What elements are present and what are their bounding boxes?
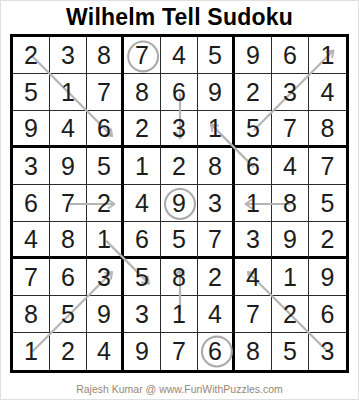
cell-digit: 8 (246, 339, 260, 364)
cell-digit: 2 (61, 339, 75, 364)
sudoku-grid: 2387459615178692349462315783951286476724… (10, 34, 349, 373)
cell-r8c2: 5 (50, 296, 87, 333)
cell-r1c5: 4 (161, 37, 198, 74)
cell-r9c2: 2 (50, 333, 87, 370)
cell-r9c1: 1 (13, 333, 50, 370)
cell-digit: 9 (97, 302, 111, 327)
credit-text: Rajesh Kumar @ www.FunWithPuzzles.com (1, 383, 358, 395)
cell-digit: 4 (135, 191, 149, 216)
cell-digit: 9 (24, 116, 38, 141)
cell-r6c7: 3 (235, 222, 272, 259)
cell-digit: 5 (24, 80, 38, 105)
cell-r7c7: 4 (235, 259, 272, 296)
cell-digit: 1 (208, 116, 222, 141)
cell-digit: 2 (321, 227, 335, 252)
cell-digit: 8 (24, 302, 38, 327)
cell-digit: 1 (172, 302, 186, 327)
cell-r8c1: 8 (13, 296, 50, 333)
cell-r6c4: 6 (124, 222, 161, 259)
cell-r2c6: 9 (198, 74, 235, 111)
cell-digit: 1 (24, 339, 38, 364)
cell-r5c9: 5 (309, 185, 346, 222)
cell-r5c1: 6 (13, 185, 50, 222)
cell-digit: 1 (246, 191, 260, 216)
cell-r7c4: 5 (124, 259, 161, 296)
sudoku-board: 2387459615178692349462315783951286476724… (10, 34, 349, 373)
cell-r4c2: 9 (50, 148, 87, 185)
cell-digit: 8 (172, 265, 186, 290)
cell-r6c2: 8 (50, 222, 87, 259)
puzzle-title: Wilhelm Tell Sudoku (1, 1, 358, 31)
cell-digit: 9 (321, 265, 335, 290)
cell-r2c2: 1 (50, 74, 87, 111)
cell-r9c5: 7 (161, 333, 198, 370)
cell-r3c5: 3 (161, 111, 198, 148)
cell-digit: 4 (321, 80, 335, 105)
cell-r2c4: 8 (124, 74, 161, 111)
cell-digit: 6 (61, 265, 75, 290)
cell-digit: 7 (97, 80, 111, 105)
cell-digit: 4 (97, 339, 111, 364)
cell-digit: 8 (61, 227, 75, 252)
cell-r8c7: 7 (235, 296, 272, 333)
cell-digit: 6 (283, 43, 297, 68)
cell-r4c4: 1 (124, 148, 161, 185)
cell-r4c8: 4 (272, 148, 309, 185)
cell-digit: 4 (208, 302, 222, 327)
cell-r3c3: 6 (87, 111, 124, 148)
cell-r9c9: 3 (309, 333, 346, 370)
cell-digit: 7 (24, 265, 38, 290)
cell-digit: 5 (97, 154, 111, 179)
cell-digit: 3 (135, 302, 149, 327)
cell-r7c5: 8 (161, 259, 198, 296)
cell-digit: 6 (172, 80, 186, 105)
cell-r3c2: 4 (50, 111, 87, 148)
cell-digit: 5 (208, 43, 222, 68)
cell-r6c9: 2 (309, 222, 346, 259)
cell-digit: 4 (61, 116, 75, 141)
cell-r3c7: 5 (235, 111, 272, 148)
cell-r9c7: 8 (235, 333, 272, 370)
cell-r9c4: 9 (124, 333, 161, 370)
cell-digit: 2 (172, 154, 186, 179)
cell-digit: 7 (172, 339, 186, 364)
cell-digit: 7 (246, 302, 260, 327)
cell-r7c8: 1 (272, 259, 309, 296)
cell-r3c8: 7 (272, 111, 309, 148)
cell-digit: 1 (283, 265, 297, 290)
cell-r3c6: 1 (198, 111, 235, 148)
cell-digit: 3 (61, 43, 75, 68)
cell-digit: 4 (246, 265, 260, 290)
cell-digit: 6 (246, 154, 260, 179)
cell-r6c1: 4 (13, 222, 50, 259)
cell-r3c9: 8 (309, 111, 346, 148)
cell-r9c8: 5 (272, 333, 309, 370)
cell-digit: 5 (321, 191, 335, 216)
cell-r1c6: 5 (198, 37, 235, 74)
cell-digit: 8 (283, 191, 297, 216)
cell-r4c1: 3 (13, 148, 50, 185)
cell-digit: 7 (135, 43, 149, 68)
cell-digit: 6 (97, 116, 111, 141)
cell-r8c9: 6 (309, 296, 346, 333)
cell-digit: 1 (97, 227, 111, 252)
cell-r7c1: 7 (13, 259, 50, 296)
cell-digit: 5 (246, 116, 260, 141)
cell-digit: 3 (97, 265, 111, 290)
cell-r4c5: 2 (161, 148, 198, 185)
cell-digit: 3 (172, 116, 186, 141)
cell-digit: 3 (283, 80, 297, 105)
cell-digit: 1 (321, 43, 335, 68)
cell-r1c9: 1 (309, 37, 346, 74)
cell-r8c3: 9 (87, 296, 124, 333)
cell-digit: 2 (246, 80, 260, 105)
cell-digit: 1 (135, 154, 149, 179)
cell-r1c2: 3 (50, 37, 87, 74)
cell-digit: 8 (208, 154, 222, 179)
cell-digit: 9 (283, 227, 297, 252)
cell-r2c1: 5 (13, 74, 50, 111)
cell-r2c8: 3 (272, 74, 309, 111)
cell-digit: 3 (24, 154, 38, 179)
cell-digit: 3 (321, 339, 335, 364)
cell-r3c4: 2 (124, 111, 161, 148)
cell-digit: 6 (135, 227, 149, 252)
cell-r1c1: 2 (13, 37, 50, 74)
cell-r5c4: 4 (124, 185, 161, 222)
cell-digit: 2 (135, 116, 149, 141)
cell-digit: 6 (321, 302, 335, 327)
cell-r5c8: 8 (272, 185, 309, 222)
cell-r4c7: 6 (235, 148, 272, 185)
cell-digit: 7 (208, 227, 222, 252)
cell-r4c9: 7 (309, 148, 346, 185)
cell-digit: 6 (208, 339, 222, 364)
cell-digit: 2 (208, 265, 222, 290)
cell-digit: 8 (321, 116, 335, 141)
cell-digit: 8 (135, 80, 149, 105)
cell-r5c6: 3 (198, 185, 235, 222)
cell-digit: 3 (246, 227, 260, 252)
cell-digit: 7 (61, 191, 75, 216)
cell-digit: 5 (172, 227, 186, 252)
cell-r1c3: 8 (87, 37, 124, 74)
cell-r8c4: 3 (124, 296, 161, 333)
puzzle-page: Wilhelm Tell Sudoku 23874596151786923494… (0, 0, 359, 400)
cell-digit: 6 (24, 191, 38, 216)
cell-r7c9: 9 (309, 259, 346, 296)
cell-digit: 3 (208, 191, 222, 216)
cell-digit: 9 (208, 80, 222, 105)
cell-digit: 5 (283, 339, 297, 364)
cell-r6c8: 9 (272, 222, 309, 259)
cell-r7c2: 6 (50, 259, 87, 296)
cell-r7c3: 3 (87, 259, 124, 296)
cell-r5c2: 7 (50, 185, 87, 222)
cell-digit: 7 (283, 116, 297, 141)
cell-digit: 2 (97, 191, 111, 216)
cell-r6c3: 1 (87, 222, 124, 259)
cell-r5c3: 2 (87, 185, 124, 222)
cell-r9c6: 6 (198, 333, 235, 370)
cell-r4c3: 5 (87, 148, 124, 185)
cell-digit: 9 (172, 191, 186, 216)
cell-r2c7: 2 (235, 74, 272, 111)
cell-r2c9: 4 (309, 74, 346, 111)
cell-digit: 1 (61, 80, 75, 105)
cell-r2c5: 6 (161, 74, 198, 111)
cell-digit: 5 (61, 302, 75, 327)
cell-digit: 9 (61, 154, 75, 179)
cell-digit: 9 (246, 43, 260, 68)
cell-r1c7: 9 (235, 37, 272, 74)
cell-digit: 8 (97, 43, 111, 68)
cell-r7c6: 2 (198, 259, 235, 296)
cell-r4c6: 8 (198, 148, 235, 185)
cell-r8c8: 2 (272, 296, 309, 333)
cell-digit: 2 (283, 302, 297, 327)
cell-digit: 4 (172, 43, 186, 68)
cell-r5c5: 9 (161, 185, 198, 222)
cell-digit: 4 (24, 227, 38, 252)
cell-digit: 9 (135, 339, 149, 364)
cell-digit: 7 (321, 154, 335, 179)
cell-r8c6: 4 (198, 296, 235, 333)
cell-r3c1: 9 (13, 111, 50, 148)
cell-r9c3: 4 (87, 333, 124, 370)
cell-r1c4: 7 (124, 37, 161, 74)
cell-r6c5: 5 (161, 222, 198, 259)
cell-r2c3: 7 (87, 74, 124, 111)
cell-r5c7: 1 (235, 185, 272, 222)
cell-r6c6: 7 (198, 222, 235, 259)
cell-digit: 2 (24, 43, 38, 68)
cell-r1c8: 6 (272, 37, 309, 74)
cell-digit: 5 (135, 265, 149, 290)
cell-digit: 4 (283, 154, 297, 179)
cell-r8c5: 1 (161, 296, 198, 333)
